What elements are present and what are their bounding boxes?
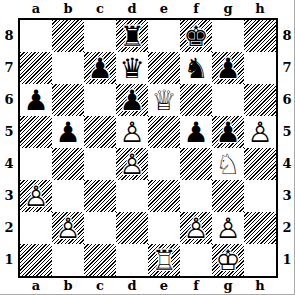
file-label-a-top: a: [20, 1, 52, 17]
square-f8: ♚: [180, 20, 212, 52]
black-pawn-c7: ♟: [84, 52, 116, 84]
square-a8: [20, 20, 52, 52]
file-label-a-bottom: a: [20, 278, 52, 294]
piece-glyph: ♟: [180, 116, 212, 148]
piece-glyph: ♞: [180, 52, 212, 84]
square-h4: [244, 148, 276, 180]
rank-label-5-right: 5: [280, 116, 294, 148]
black-knight-f7: ♞: [180, 52, 212, 84]
white-pawn-d4: ♟♙: [116, 148, 148, 180]
square-e7: [148, 52, 180, 84]
file-label-b-bottom: b: [52, 278, 84, 294]
file-label-g-bottom: g: [212, 278, 244, 294]
square-c2: [84, 212, 116, 244]
square-f4: [180, 148, 212, 180]
piece-glyph: ♛: [116, 52, 148, 84]
square-e4: [148, 148, 180, 180]
file-label-d-bottom: d: [116, 278, 148, 294]
file-label-h-top: h: [244, 1, 276, 17]
file-label-e-top: e: [148, 1, 180, 17]
file-label-b-top: b: [52, 1, 84, 17]
white-king-g1: ♚♔: [212, 244, 244, 276]
piece-glyph: ♙: [20, 180, 52, 212]
square-d5: ♟♙: [116, 116, 148, 148]
piece-glyph: ♟: [20, 84, 52, 116]
rank-label-1-left: 1: [2, 244, 16, 276]
file-label-d-top: d: [116, 1, 148, 17]
piece-glyph: ♙: [116, 148, 148, 180]
square-d8: ♜: [116, 20, 148, 52]
black-pawn-g7: ♟: [212, 52, 244, 84]
square-b5: ♟: [52, 116, 84, 148]
file-label-c-bottom: c: [84, 278, 116, 294]
square-a7: [20, 52, 52, 84]
board: ♜♚♟♛♞♟♟♟♛♕♟♟♙♟♟♟♙♟♙♞♘♟♙♟♙♟♙♟♙♜♖♚♔: [18, 18, 278, 278]
piece-glyph: ♙: [180, 212, 212, 244]
piece-glyph: ♕: [148, 84, 180, 116]
square-b2: ♟♙: [52, 212, 84, 244]
square-a4: [20, 148, 52, 180]
rank-label-2-left: 2: [2, 212, 16, 244]
file-label-e-bottom: e: [148, 278, 180, 294]
white-rook-e1: ♜♖: [148, 244, 180, 276]
file-label-c-top: c: [84, 1, 116, 17]
square-b1: [52, 244, 84, 276]
black-pawn-a6: ♟: [20, 84, 52, 116]
piece-glyph: ♙: [116, 116, 148, 148]
file-label-g-top: g: [212, 1, 244, 17]
square-b8: [52, 20, 84, 52]
file-label-h-bottom: h: [244, 278, 276, 294]
square-g1: ♚♔: [212, 244, 244, 276]
square-d7: ♛: [116, 52, 148, 84]
file-labels-top: abcdefgh: [20, 1, 276, 17]
square-f3: [180, 180, 212, 212]
square-a6: ♟: [20, 84, 52, 116]
white-pawn-d5: ♟♙: [116, 116, 148, 148]
rank-label-6-left: 6: [2, 84, 16, 116]
square-g8: [212, 20, 244, 52]
square-h5: ♟♙: [244, 116, 276, 148]
white-pawn-b2: ♟♙: [52, 212, 84, 244]
square-b3: [52, 180, 84, 212]
square-g6: [212, 84, 244, 116]
black-queen-d7: ♛: [116, 52, 148, 84]
rank-label-3-right: 3: [280, 180, 294, 212]
square-a1: [20, 244, 52, 276]
square-a2: [20, 212, 52, 244]
square-d1: [116, 244, 148, 276]
rank-label-1-right: 1: [280, 244, 294, 276]
square-c4: [84, 148, 116, 180]
square-c5: [84, 116, 116, 148]
piece-glyph: ♘: [212, 148, 244, 180]
black-pawn-d6: ♟: [116, 84, 148, 116]
file-labels-bottom: abcdefgh: [20, 278, 276, 294]
rank-label-7-right: 7: [280, 52, 294, 84]
square-d4: ♟♙: [116, 148, 148, 180]
square-h8: [244, 20, 276, 52]
black-king-f8: ♚: [180, 20, 212, 52]
white-pawn-h5: ♟♙: [244, 116, 276, 148]
white-knight-g4: ♞♘: [212, 148, 244, 180]
square-d2: [116, 212, 148, 244]
piece-glyph: ♙: [212, 212, 244, 244]
square-e2: [148, 212, 180, 244]
rank-label-4-left: 4: [2, 148, 16, 180]
piece-glyph: ♙: [244, 116, 276, 148]
piece-glyph: ♟: [84, 52, 116, 84]
square-f5: ♟: [180, 116, 212, 148]
white-pawn-f2: ♟♙: [180, 212, 212, 244]
square-f1: [180, 244, 212, 276]
square-h6: [244, 84, 276, 116]
square-c1: [84, 244, 116, 276]
rank-label-6-right: 6: [280, 84, 294, 116]
square-f7: ♞: [180, 52, 212, 84]
square-h3: [244, 180, 276, 212]
square-e8: [148, 20, 180, 52]
rank-label-3-left: 3: [2, 180, 16, 212]
square-f6: [180, 84, 212, 116]
piece-glyph: ♟: [52, 116, 84, 148]
rank-label-7-left: 7: [2, 52, 16, 84]
rank-label-4-right: 4: [280, 148, 294, 180]
piece-glyph: ♟: [212, 116, 244, 148]
square-a3: ♟♙: [20, 180, 52, 212]
file-label-f-bottom: f: [180, 278, 212, 294]
square-h1: [244, 244, 276, 276]
rank-label-8-left: 8: [2, 20, 16, 52]
square-d3: [116, 180, 148, 212]
piece-glyph: ♚: [180, 20, 212, 52]
piece-glyph: ♙: [52, 212, 84, 244]
piece-glyph: ♔: [212, 244, 244, 276]
square-e5: [148, 116, 180, 148]
rank-label-5-left: 5: [2, 116, 16, 148]
file-label-f-top: f: [180, 1, 212, 17]
black-pawn-b5: ♟: [52, 116, 84, 148]
white-pawn-a3: ♟♙: [20, 180, 52, 212]
piece-glyph: ♖: [148, 244, 180, 276]
square-h2: [244, 212, 276, 244]
square-g7: ♟: [212, 52, 244, 84]
square-c7: ♟: [84, 52, 116, 84]
square-c3: [84, 180, 116, 212]
square-b7: [52, 52, 84, 84]
square-g5: ♟: [212, 116, 244, 148]
piece-glyph: ♟: [116, 84, 148, 116]
black-pawn-g5: ♟: [212, 116, 244, 148]
rank-label-8-right: 8: [280, 20, 294, 52]
white-queen-e6: ♛♕: [148, 84, 180, 116]
rank-labels-right: 87654321: [280, 20, 294, 276]
rank-label-2-right: 2: [280, 212, 294, 244]
square-h7: [244, 52, 276, 84]
white-pawn-g2: ♟♙: [212, 212, 244, 244]
square-b6: [52, 84, 84, 116]
square-e1: ♜♖: [148, 244, 180, 276]
rank-labels-left: 87654321: [2, 20, 16, 276]
square-g2: ♟♙: [212, 212, 244, 244]
square-e3: [148, 180, 180, 212]
square-b4: [52, 148, 84, 180]
piece-glyph: ♟: [212, 52, 244, 84]
chess-diagram: abcdefgh 87654321 ♜♚♟♛♞♟♟♟♛♕♟♟♙♟♟♟♙♟♙♞♘♟…: [0, 0, 295, 295]
piece-glyph: ♜: [116, 20, 148, 52]
square-a5: [20, 116, 52, 148]
square-c6: [84, 84, 116, 116]
square-c8: [84, 20, 116, 52]
square-f2: ♟♙: [180, 212, 212, 244]
black-pawn-f5: ♟: [180, 116, 212, 148]
square-e6: ♛♕: [148, 84, 180, 116]
square-g4: ♞♘: [212, 148, 244, 180]
square-g3: [212, 180, 244, 212]
square-d6: ♟: [116, 84, 148, 116]
black-rook-d8: ♜: [116, 20, 148, 52]
